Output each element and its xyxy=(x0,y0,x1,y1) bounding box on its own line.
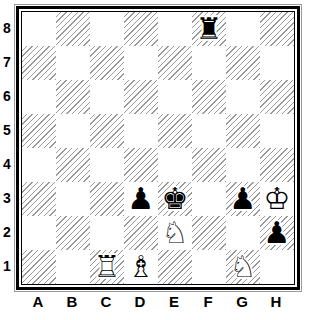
square-c6[interactable] xyxy=(90,80,124,114)
square-d6[interactable] xyxy=(124,80,158,114)
board-outer-frame: ♜♜♟♟♚♚♟♟♚♔♞♘♟♟♜♖♝♗♞♘ xyxy=(14,4,302,292)
piece-glyph: ♟ xyxy=(260,216,294,250)
square-d1[interactable]: ♝♗ xyxy=(124,250,158,284)
square-b8[interactable] xyxy=(56,12,90,46)
square-c7[interactable] xyxy=(90,46,124,80)
square-c3[interactable] xyxy=(90,182,124,216)
rank-label-2: 2 xyxy=(0,215,14,249)
square-a2[interactable] xyxy=(22,216,56,250)
piece-glyph: ♟ xyxy=(226,182,260,216)
square-e1[interactable] xyxy=(158,250,192,284)
square-c5[interactable] xyxy=(90,114,124,148)
file-label-g: G xyxy=(225,293,259,310)
piece-glyph: ♘ xyxy=(226,250,260,284)
square-b3[interactable] xyxy=(56,182,90,216)
square-f6[interactable] xyxy=(192,80,226,114)
square-e4[interactable] xyxy=(158,148,192,182)
square-a8[interactable] xyxy=(22,12,56,46)
piece-glyph: ♜ xyxy=(192,12,226,46)
piece-glyph: ♚ xyxy=(158,182,192,216)
square-g1[interactable]: ♞♘ xyxy=(226,250,260,284)
chess-diagram-page: { "game": "chess", "position": { "fen": … xyxy=(0,0,314,320)
square-g4[interactable] xyxy=(226,148,260,182)
board: ♜♜♟♟♚♚♟♟♚♔♞♘♟♟♜♖♝♗♞♘ xyxy=(22,12,294,284)
square-a7[interactable] xyxy=(22,46,56,80)
square-b7[interactable] xyxy=(56,46,90,80)
square-f8[interactable]: ♜♜ xyxy=(192,12,226,46)
white-knight: ♞♘ xyxy=(158,216,192,250)
square-b4[interactable] xyxy=(56,148,90,182)
piece-glyph: ♘ xyxy=(158,216,192,250)
board-frame: ♜♜♟♟♚♚♟♟♚♔♞♘♟♟♜♖♝♗♞♘ xyxy=(16,6,300,290)
square-h2[interactable]: ♟♟ xyxy=(260,216,294,250)
square-e8[interactable] xyxy=(158,12,192,46)
square-f5[interactable] xyxy=(192,114,226,148)
square-d7[interactable] xyxy=(124,46,158,80)
square-f2[interactable] xyxy=(192,216,226,250)
square-d5[interactable] xyxy=(124,114,158,148)
square-e3[interactable]: ♚♚ xyxy=(158,182,192,216)
square-d2[interactable] xyxy=(124,216,158,250)
square-b1[interactable] xyxy=(56,250,90,284)
square-a6[interactable] xyxy=(22,80,56,114)
square-d3[interactable]: ♟♟ xyxy=(124,182,158,216)
square-b5[interactable] xyxy=(56,114,90,148)
square-c4[interactable] xyxy=(90,148,124,182)
square-h5[interactable] xyxy=(260,114,294,148)
board-inner-frame: ♜♜♟♟♚♚♟♟♚♔♞♘♟♟♜♖♝♗♞♘ xyxy=(21,11,295,285)
square-c8[interactable] xyxy=(90,12,124,46)
square-a3[interactable] xyxy=(22,182,56,216)
square-a4[interactable] xyxy=(22,148,56,182)
piece-glyph: ♟ xyxy=(124,182,158,216)
rank-label-1: 1 xyxy=(0,249,14,283)
white-bishop: ♝♗ xyxy=(124,250,158,284)
rank-label-4: 4 xyxy=(0,147,14,181)
rank-label-5: 5 xyxy=(0,113,14,147)
square-g6[interactable] xyxy=(226,80,260,114)
black-king: ♚♚ xyxy=(158,182,192,216)
black-pawn: ♟♟ xyxy=(124,182,158,216)
square-g7[interactable] xyxy=(226,46,260,80)
square-e5[interactable] xyxy=(158,114,192,148)
file-label-e: E xyxy=(157,293,191,310)
piece-glyph: ♔ xyxy=(260,182,294,216)
square-h3[interactable]: ♚♔ xyxy=(260,182,294,216)
square-g8[interactable] xyxy=(226,12,260,46)
file-label-h: H xyxy=(259,293,293,310)
white-king: ♚♔ xyxy=(260,182,294,216)
square-d8[interactable] xyxy=(124,12,158,46)
square-g3[interactable]: ♟♟ xyxy=(226,182,260,216)
square-e6[interactable] xyxy=(158,80,192,114)
square-h1[interactable] xyxy=(260,250,294,284)
black-pawn: ♟♟ xyxy=(226,182,260,216)
square-h7[interactable] xyxy=(260,46,294,80)
black-pawn: ♟♟ xyxy=(260,216,294,250)
file-label-d: D xyxy=(123,293,157,310)
file-label-a: A xyxy=(21,293,55,310)
square-g5[interactable] xyxy=(226,114,260,148)
rank-labels: 87654321 xyxy=(0,11,14,283)
piece-glyph: ♗ xyxy=(124,250,158,284)
square-a1[interactable] xyxy=(22,250,56,284)
square-f3[interactable] xyxy=(192,182,226,216)
square-h8[interactable] xyxy=(260,12,294,46)
file-labels: ABCDEFGH xyxy=(21,293,293,310)
file-label-b: B xyxy=(55,293,89,310)
rank-label-8: 8 xyxy=(0,11,14,45)
square-c1[interactable]: ♜♖ xyxy=(90,250,124,284)
square-h6[interactable] xyxy=(260,80,294,114)
file-label-c: C xyxy=(89,293,123,310)
square-f1[interactable] xyxy=(192,250,226,284)
square-b6[interactable] xyxy=(56,80,90,114)
square-f4[interactable] xyxy=(192,148,226,182)
square-e2[interactable]: ♞♘ xyxy=(158,216,192,250)
rank-label-6: 6 xyxy=(0,79,14,113)
square-e7[interactable] xyxy=(158,46,192,80)
rank-label-7: 7 xyxy=(0,45,14,79)
white-rook: ♜♖ xyxy=(90,250,124,284)
square-c2[interactable] xyxy=(90,216,124,250)
square-h4[interactable] xyxy=(260,148,294,182)
square-a5[interactable] xyxy=(22,114,56,148)
piece-glyph: ♖ xyxy=(90,250,124,284)
file-label-f: F xyxy=(191,293,225,310)
black-rook: ♜♜ xyxy=(192,12,226,46)
rank-label-3: 3 xyxy=(0,181,14,215)
square-d4[interactable] xyxy=(124,148,158,182)
square-b2[interactable] xyxy=(56,216,90,250)
white-knight: ♞♘ xyxy=(226,250,260,284)
square-g2[interactable] xyxy=(226,216,260,250)
square-f7[interactable] xyxy=(192,46,226,80)
